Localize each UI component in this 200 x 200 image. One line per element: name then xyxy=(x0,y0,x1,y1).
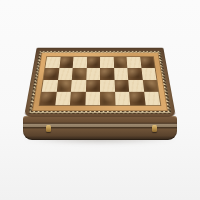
board-square xyxy=(141,68,156,80)
board-square xyxy=(142,80,158,92)
brass-clasp-right xyxy=(152,125,157,132)
board-square xyxy=(144,92,161,105)
board-square xyxy=(72,68,87,80)
board-square xyxy=(85,92,100,105)
board-square xyxy=(100,92,115,105)
walnut-frame xyxy=(24,48,176,117)
board-square xyxy=(40,92,57,105)
board-square xyxy=(44,68,59,80)
board-square xyxy=(55,92,71,105)
board-square xyxy=(58,68,73,80)
brass-clasp-left xyxy=(46,125,51,132)
case-front-face xyxy=(23,116,177,140)
board-square xyxy=(127,57,141,68)
board-square xyxy=(45,57,60,68)
board-square xyxy=(71,80,86,92)
board-square xyxy=(73,57,87,68)
board-square xyxy=(85,80,100,92)
case-top xyxy=(24,48,176,117)
board-square xyxy=(113,57,127,68)
board-square xyxy=(100,57,114,68)
board-square xyxy=(115,92,131,105)
board-square xyxy=(86,57,100,68)
board-square xyxy=(70,92,86,105)
burl-border xyxy=(32,53,168,111)
product-photo xyxy=(0,0,200,200)
board-square xyxy=(114,80,129,92)
board-square xyxy=(127,68,142,80)
board-square xyxy=(114,68,129,80)
board-square xyxy=(140,57,155,68)
decorative-inlay-border xyxy=(29,51,172,114)
board-square xyxy=(86,68,100,80)
board-square xyxy=(129,92,145,105)
board-square xyxy=(56,80,71,92)
board-square xyxy=(100,80,115,92)
board-square xyxy=(100,68,114,80)
chessboard-field xyxy=(40,57,160,105)
board-square xyxy=(42,80,58,92)
board-square xyxy=(59,57,73,68)
board-square xyxy=(128,80,143,92)
